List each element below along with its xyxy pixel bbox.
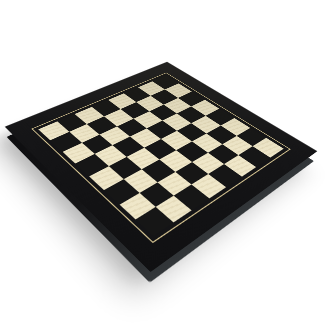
board-square (142, 159, 175, 182)
board-square (119, 193, 155, 220)
board-square (75, 154, 108, 176)
board-square (175, 162, 208, 185)
board-square (139, 182, 174, 207)
board-square (156, 196, 192, 223)
board-square (224, 155, 256, 177)
board-square (207, 144, 238, 164)
pinstripe-inlay (31, 73, 290, 244)
board-square (50, 132, 81, 152)
board-square (208, 164, 241, 187)
board-square (123, 169, 157, 193)
board-square (174, 185, 209, 211)
product-photo (0, 0, 330, 330)
board-square (109, 157, 142, 179)
board-square (95, 145, 127, 166)
board-square (159, 150, 191, 171)
board-square (144, 139, 175, 159)
board-square (192, 174, 226, 198)
board-square (104, 179, 139, 204)
board-square (127, 148, 159, 169)
board-square (158, 172, 192, 196)
board-grid (38, 76, 283, 236)
board-square (113, 137, 144, 157)
board-square (62, 143, 94, 164)
board-perspective-wrapper (42, 20, 281, 259)
board-frame (5, 62, 318, 273)
board-square (176, 141, 207, 161)
board-square (192, 153, 224, 175)
chessboard (5, 62, 318, 273)
board-square (239, 146, 270, 167)
board-square (82, 134, 113, 154)
board-square (89, 166, 123, 190)
board-square (136, 207, 174, 236)
